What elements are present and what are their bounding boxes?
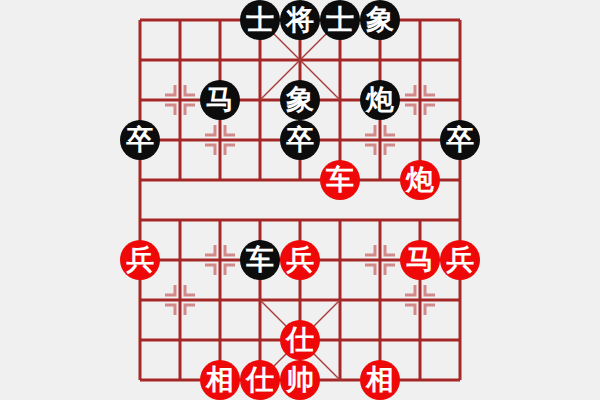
- black-soldier-piece[interactable]: 卒: [120, 120, 160, 160]
- black-chariot-piece[interactable]: 车: [240, 240, 280, 280]
- red-general-piece[interactable]: 帅: [280, 360, 320, 400]
- red-advisor-piece[interactable]: 仕: [280, 320, 320, 360]
- red-elephant-piece[interactable]: 相: [360, 360, 400, 400]
- red-soldier-piece[interactable]: 兵: [440, 240, 480, 280]
- red-advisor-piece[interactable]: 仕: [240, 360, 280, 400]
- red-chariot-piece[interactable]: 车: [320, 160, 360, 200]
- black-advisor-piece[interactable]: 士: [320, 0, 360, 40]
- black-soldier-piece[interactable]: 卒: [280, 120, 320, 160]
- red-soldier-piece[interactable]: 兵: [280, 240, 320, 280]
- red-cannon-piece[interactable]: 炮: [400, 160, 440, 200]
- black-soldier-piece[interactable]: 卒: [440, 120, 480, 160]
- red-horse-piece[interactable]: 马: [400, 240, 440, 280]
- black-advisor-piece[interactable]: 士: [240, 0, 280, 40]
- black-general-piece[interactable]: 将: [280, 0, 320, 40]
- red-elephant-piece[interactable]: 相: [200, 360, 240, 400]
- black-elephant-piece[interactable]: 象: [360, 0, 400, 40]
- black-horse-piece[interactable]: 马: [200, 80, 240, 120]
- red-soldier-piece[interactable]: 兵: [120, 240, 160, 280]
- black-elephant-piece[interactable]: 象: [280, 80, 320, 120]
- piece-grid[interactable]: 士将士象马象炮卒卒卒车炮兵车兵马兵仕相仕帅相: [120, 0, 480, 400]
- xiangqi-board: 士将士象马象炮卒卒卒车炮兵车兵马兵仕相仕帅相: [0, 0, 600, 400]
- black-cannon-piece[interactable]: 炮: [360, 80, 400, 120]
